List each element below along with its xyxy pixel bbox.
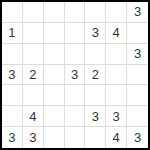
empty-cell-r5c1[interactable] (2, 85, 23, 106)
empty-cell-r7c3[interactable] (44, 127, 65, 148)
clue-cell-r2c1: 1 (2, 23, 23, 44)
clue-cell-r4c1: 3 (2, 65, 23, 86)
empty-cell-r5c6[interactable] (106, 85, 127, 106)
empty-cell-r4c7[interactable] (127, 65, 148, 86)
empty-cell-r2c7[interactable] (127, 23, 148, 44)
empty-cell-r5c3[interactable] (44, 85, 65, 106)
clue-cell-r7c6: 4 (106, 127, 127, 148)
empty-cell-r7c4[interactable] (65, 127, 86, 148)
empty-cell-r1c2[interactable] (23, 2, 44, 23)
empty-cell-r5c4[interactable] (65, 85, 86, 106)
clue-cell-r7c2: 3 (23, 127, 44, 148)
empty-cell-r5c2[interactable] (23, 85, 44, 106)
clue-cell-r2c6: 4 (106, 23, 127, 44)
clue-cell-r7c1: 3 (2, 127, 23, 148)
empty-cell-r2c3[interactable] (44, 23, 65, 44)
empty-cell-r3c1[interactable] (2, 44, 23, 65)
clue-cell-r6c2: 4 (23, 106, 44, 127)
empty-cell-r3c2[interactable] (23, 44, 44, 65)
empty-cell-r3c5[interactable] (85, 44, 106, 65)
clue-cell-r7c7: 3 (127, 127, 148, 148)
empty-cell-r1c3[interactable] (44, 2, 65, 23)
empty-cell-r6c3[interactable] (44, 106, 65, 127)
empty-cell-r1c5[interactable] (85, 2, 106, 23)
empty-cell-r5c5[interactable] (85, 85, 106, 106)
empty-cell-r6c4[interactable] (65, 106, 86, 127)
empty-cell-r3c4[interactable] (65, 44, 86, 65)
clue-cell-r4c5: 2 (85, 65, 106, 86)
empty-cell-r6c7[interactable] (127, 106, 148, 127)
clue-cell-r6c5: 3 (85, 106, 106, 127)
empty-cell-r1c4[interactable] (65, 2, 86, 23)
empty-cell-r7c5[interactable] (85, 127, 106, 148)
empty-cell-r3c3[interactable] (44, 44, 65, 65)
empty-cell-r5c7[interactable] (127, 85, 148, 106)
puzzle-board: 3134332324333343 (0, 0, 150, 150)
clue-cell-r2c5: 3 (85, 23, 106, 44)
clue-cell-r6c6: 3 (106, 106, 127, 127)
empty-cell-r1c6[interactable] (106, 2, 127, 23)
empty-cell-r1c1[interactable] (2, 2, 23, 23)
clue-cell-r4c2: 2 (23, 65, 44, 86)
clue-cell-r1c7: 3 (127, 2, 148, 23)
clue-cell-r3c7: 3 (127, 44, 148, 65)
empty-cell-r6c1[interactable] (2, 106, 23, 127)
empty-cell-r2c4[interactable] (65, 23, 86, 44)
empty-cell-r4c3[interactable] (44, 65, 65, 86)
empty-cell-r3c6[interactable] (106, 44, 127, 65)
clue-cell-r4c4: 3 (65, 65, 86, 86)
empty-cell-r4c6[interactable] (106, 65, 127, 86)
empty-cell-r2c2[interactable] (23, 23, 44, 44)
